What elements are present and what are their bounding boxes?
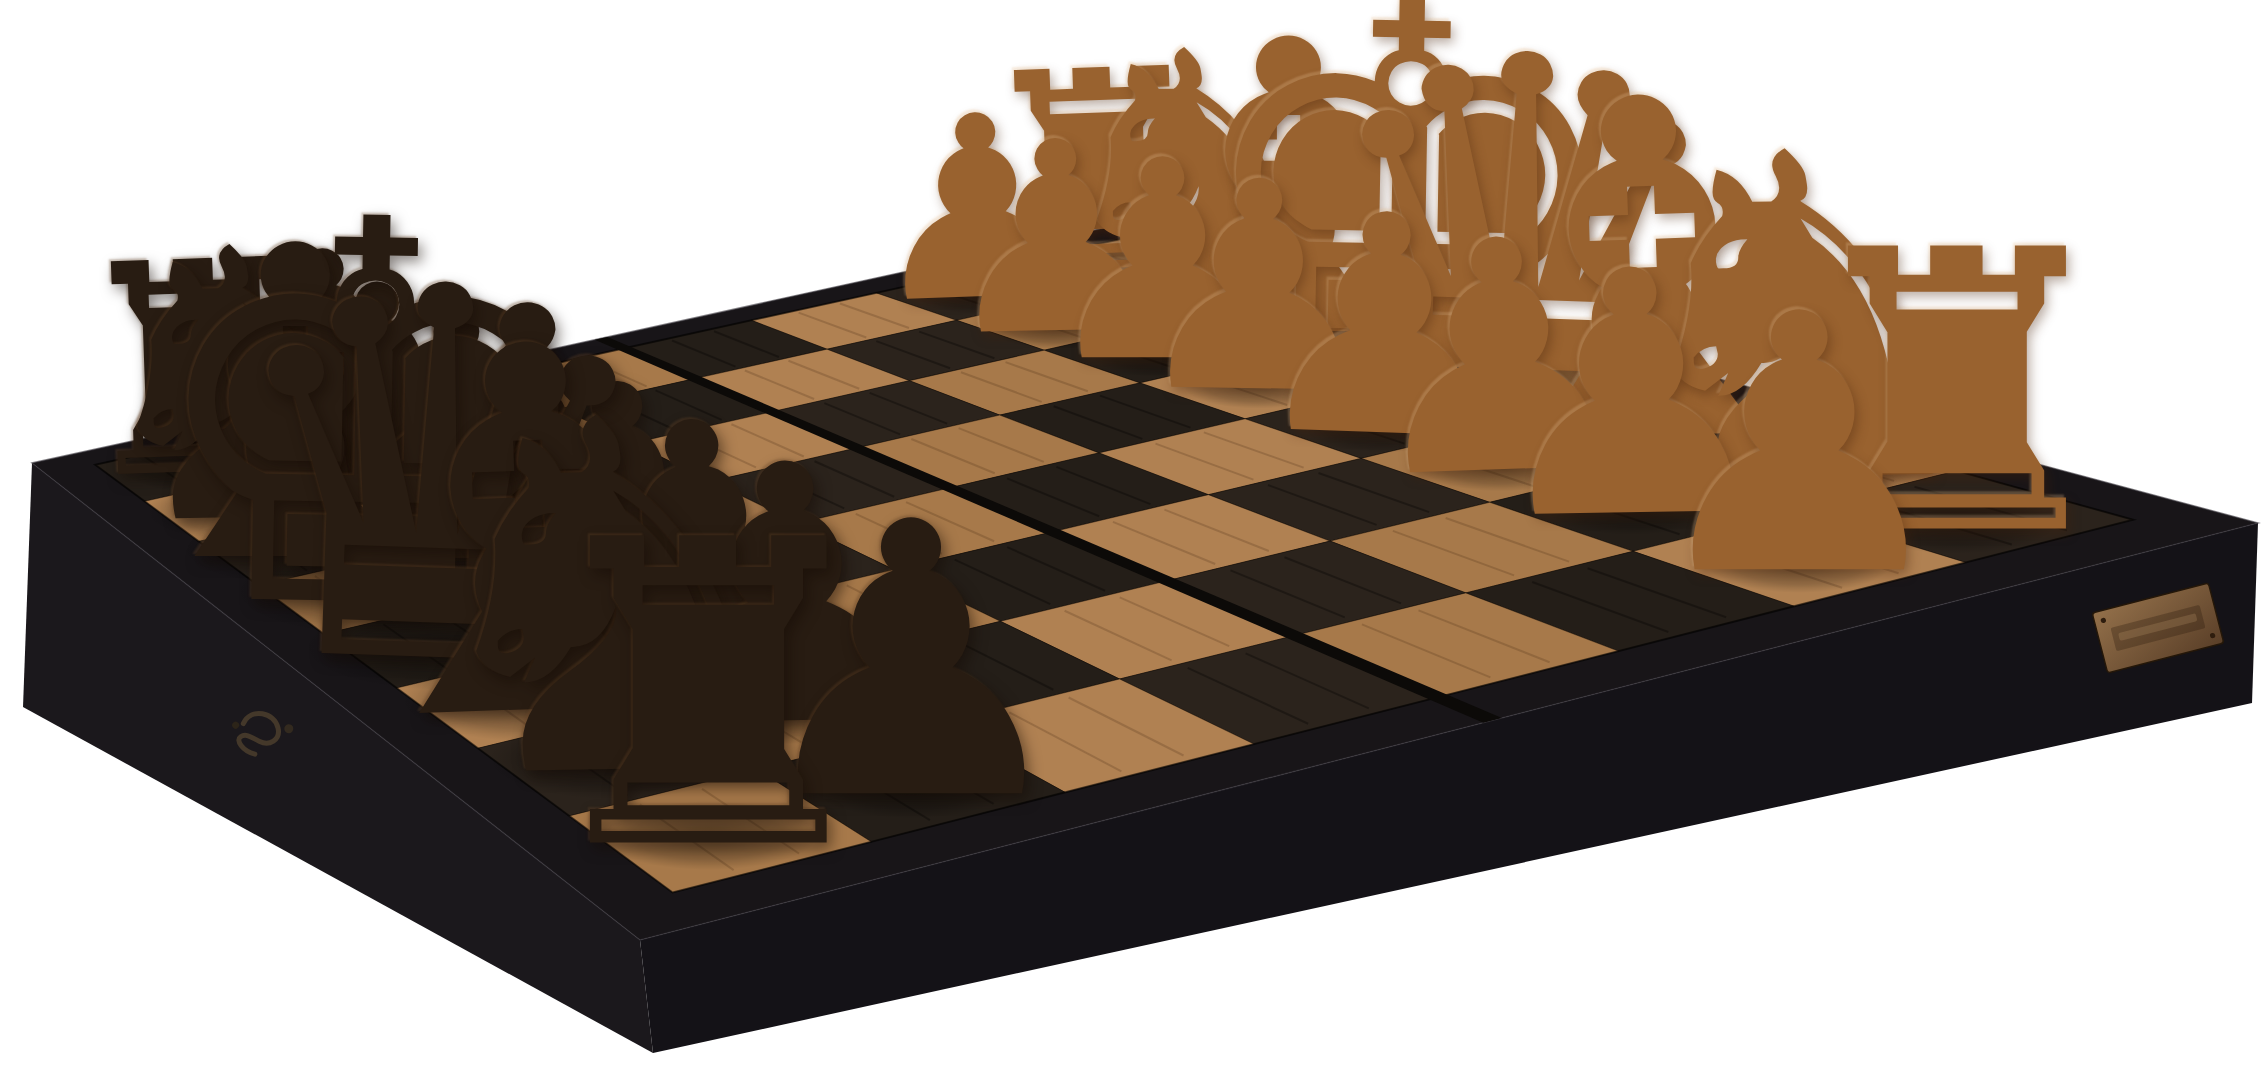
piece-shadow: [258, 416, 395, 459]
piece-shadow: [694, 686, 879, 744]
piece-shadow: [913, 273, 1044, 314]
piece-shadow: [1183, 362, 1333, 409]
piece-shadow: [488, 720, 740, 800]
piece-shadow: [531, 583, 696, 635]
piece-shadow: [1544, 480, 1719, 535]
piece-shadow: [1856, 490, 2057, 554]
piece-shadow: [1685, 432, 1919, 506]
piece-shadow: [1305, 403, 1462, 453]
piece-shadow: [1707, 535, 1892, 593]
piece-shadow: [813, 757, 1009, 819]
chess-board: [0, 0, 2266, 1066]
piece-shadow: [1418, 439, 1584, 491]
chess-set-product-photo: ♜♞♝♚♛♝♞♜♟♟♟♟♟♟♟♟♟♟♟♟♟♟♟♟♜♞♝♚♛♝♞♜: [0, 0, 2266, 1066]
piece-shadow: [599, 801, 818, 870]
